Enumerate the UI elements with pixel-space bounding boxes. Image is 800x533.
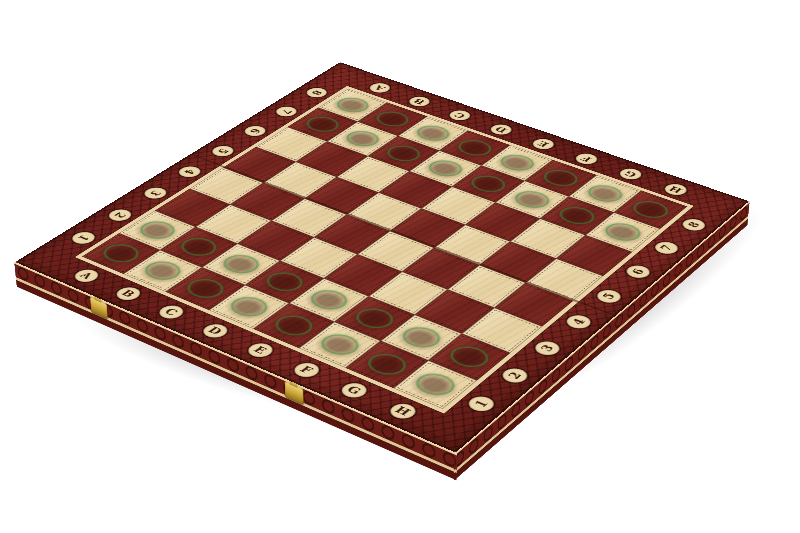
square-h4[interactable] [494,282,573,326]
rank-label-2: 2 [498,365,532,385]
file-label-h: H [385,400,420,421]
square-g3[interactable] [415,289,495,333]
rank-label-6: 6 [622,262,653,279]
square-e4[interactable] [358,231,435,272]
file-label-d: D [198,321,231,340]
rank-label-5: 5 [208,143,237,157]
pawn-glyph: ♟ [547,210,697,234]
file-label-g: G [337,379,371,399]
rank-label-1: 1 [464,393,499,413]
rank-label-4: 4 [562,312,595,330]
file-label-f: F [290,359,324,378]
file-label-a: A [70,266,102,283]
rank-label-3: 3 [140,185,171,200]
perspective-scene: ABCDEFGH ABCDEFGH 87654321 87654321 ♜♞♝♛… [0,0,800,533]
square-f4[interactable] [402,247,479,289]
rank-label-4: 4 [175,164,205,179]
chess-board: ABCDEFGH ABCDEFGH 87654321 87654321 ♜♞♝♛… [15,62,749,452]
square-f2[interactable] [334,296,414,341]
rank-label-3: 3 [531,338,564,357]
rank-label-7: 7 [651,239,682,256]
square-h5[interactable] [526,258,603,300]
file-label-b: B [112,284,145,302]
gold-clasp-right[interactable] [285,380,304,404]
square-f3[interactable] [369,271,448,314]
file-label-e: E [243,340,277,359]
rank-label-5: 5 [593,287,625,305]
file-label-c: C [155,302,188,320]
square-g2[interactable] [381,314,462,360]
square-g4[interactable] [448,265,526,308]
square-g5[interactable] [479,241,556,282]
product-photo-stage: ABCDEFGH ABCDEFGH 87654321 87654321 ♜♞♝♛… [0,0,800,533]
